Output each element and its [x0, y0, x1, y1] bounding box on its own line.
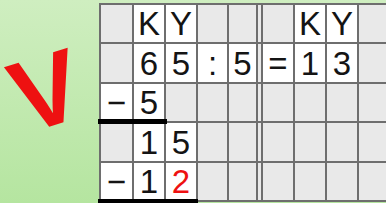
grid-cell-r0c6 [263, 5, 293, 42]
grid-separator-r2 [258, 84, 261, 121]
grid-cell-r2c0: − [101, 84, 132, 121]
subtraction-rule-under-minus-12 [98, 199, 198, 203]
worksheet-stage: V KYKY65:5=13−515−12 [0, 0, 386, 203]
grid-cell-r2c9 [359, 84, 386, 121]
grid-cell-r2c8 [327, 84, 357, 121]
grid-cell-r1c9 [359, 44, 386, 82]
grid-cell-r4c8 [327, 163, 357, 200]
grid-cell-r2c3 [198, 84, 227, 121]
subtraction-rule-under-minus-5 [98, 119, 167, 124]
grid-cell-r3c2: 5 [166, 123, 196, 161]
grid-cell-r0c9 [359, 5, 386, 42]
grid-cell-r4c3 [198, 163, 227, 200]
grid-cell-r4c2: 2 [166, 163, 196, 200]
grid-cell-r1c0 [101, 44, 132, 82]
grid-cell-r1c2: 5 [166, 44, 196, 82]
grid-cell-r3c7 [295, 123, 325, 161]
grid-cell-r1c6: = [263, 44, 293, 82]
grid-cell-r3c6 [263, 123, 293, 161]
grid-cell-r3c8 [327, 123, 357, 161]
grid-cell-r4c7 [295, 163, 325, 200]
grid-cell-r4c1: 1 [134, 163, 164, 200]
grid-cell-r0c2: Y [166, 5, 196, 42]
grid-cell-r1c8: 3 [327, 44, 357, 82]
grid-cell-r1c3: : [198, 44, 227, 82]
grid-cell-r1c4: 5 [229, 44, 256, 82]
grid-cell-r4c4 [229, 163, 256, 200]
grid-cell-r0c7: K [295, 5, 325, 42]
grid-separator-r3 [258, 123, 261, 161]
grid-cell-r4c9 [359, 163, 386, 200]
grid-separator-r0 [258, 5, 261, 42]
grid-cell-r4c6 [263, 163, 293, 200]
grid-cell-r3c0 [101, 123, 132, 161]
grid-cell-r1c1: 6 [134, 44, 164, 82]
grid-cell-r2c4 [229, 84, 256, 121]
grid-separator-r4 [258, 163, 261, 200]
red-check-mark: V [0, 26, 109, 157]
grid-cell-r2c6 [263, 84, 293, 121]
grid-cell-r0c1: K [134, 5, 164, 42]
grid-cell-r3c3 [198, 123, 227, 161]
grid-cell-r0c3 [198, 5, 227, 42]
grid-separator-r1 [258, 44, 261, 82]
grid-cell-r3c1: 1 [134, 123, 164, 161]
grid-cell-r3c4 [229, 123, 256, 161]
grid-cell-r2c7 [295, 84, 325, 121]
grid-cell-r1c7: 1 [295, 44, 325, 82]
grid-cell-r0c8: Y [327, 5, 357, 42]
grid-cell-r4c0: − [101, 163, 132, 200]
grid-cell-r0c4 [229, 5, 256, 42]
grid-cell-r2c2 [166, 84, 196, 121]
grid-cell-r3c9 [359, 123, 386, 161]
grid-cell-r2c1: 5 [134, 84, 164, 121]
grid-cell-r0c0 [101, 5, 132, 42]
division-grid: KYKY65:5=13−515−12 [99, 3, 386, 202]
